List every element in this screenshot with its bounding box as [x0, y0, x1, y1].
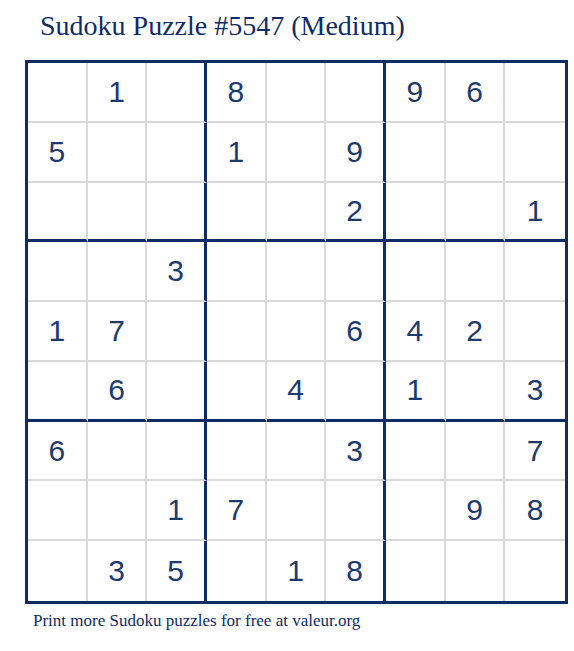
page-title: Sudoku Puzzle #5547 (Medium)	[40, 10, 405, 42]
cell-r6c9-given-digit: 3	[505, 362, 565, 422]
cell-r9c6-given-digit: 8	[326, 541, 386, 601]
cell-r7c2[interactable]	[88, 422, 148, 482]
cell-r5c5[interactable]	[267, 302, 327, 362]
cell-r4c1[interactable]	[28, 242, 88, 302]
cell-r3c5[interactable]	[267, 183, 327, 243]
cell-r9c5-given-digit: 1	[267, 541, 327, 601]
cell-r5c3[interactable]	[147, 302, 207, 362]
cell-r1c8-given-digit: 6	[446, 63, 506, 123]
cell-r2c2[interactable]	[88, 123, 148, 183]
cell-r5c8-given-digit: 2	[446, 302, 506, 362]
cell-r4c4[interactable]	[207, 242, 267, 302]
cell-r2c8[interactable]	[446, 123, 506, 183]
cell-r3c9-given-digit: 1	[505, 183, 565, 243]
cell-r6c4[interactable]	[207, 362, 267, 422]
cell-r3c8[interactable]	[446, 183, 506, 243]
cell-r9c2-given-digit: 3	[88, 541, 148, 601]
cell-r3c7[interactable]	[386, 183, 446, 243]
cell-r2c1-given-digit: 5	[28, 123, 88, 183]
cell-r3c2[interactable]	[88, 183, 148, 243]
cell-r6c2-given-digit: 6	[88, 362, 148, 422]
cell-r9c1[interactable]	[28, 541, 88, 601]
cell-r8c9-given-digit: 8	[505, 481, 565, 541]
cell-r8c7[interactable]	[386, 481, 446, 541]
cell-r8c5[interactable]	[267, 481, 327, 541]
cell-r1c9[interactable]	[505, 63, 565, 123]
cell-r8c2[interactable]	[88, 481, 148, 541]
cell-r7c9-given-digit: 7	[505, 422, 565, 482]
cell-r8c4-given-digit: 7	[207, 481, 267, 541]
cell-r8c3-given-digit: 1	[147, 481, 207, 541]
footer-text: Print more Sudoku puzzles for free at va…	[33, 611, 360, 631]
cell-r2c7[interactable]	[386, 123, 446, 183]
cell-r6c1[interactable]	[28, 362, 88, 422]
cell-r4c2[interactable]	[88, 242, 148, 302]
cell-r5c9[interactable]	[505, 302, 565, 362]
cell-r1c7-given-digit: 9	[386, 63, 446, 123]
cell-r3c4[interactable]	[207, 183, 267, 243]
cell-r2c5[interactable]	[267, 123, 327, 183]
cell-r8c1[interactable]	[28, 481, 88, 541]
cell-r8c6[interactable]	[326, 481, 386, 541]
cell-r6c7-given-digit: 1	[386, 362, 446, 422]
cell-r1c1[interactable]	[28, 63, 88, 123]
cell-r7c7[interactable]	[386, 422, 446, 482]
cell-r3c3[interactable]	[147, 183, 207, 243]
cell-r6c3[interactable]	[147, 362, 207, 422]
cell-r5c7-given-digit: 4	[386, 302, 446, 362]
cell-r9c3-given-digit: 5	[147, 541, 207, 601]
cell-r1c5[interactable]	[267, 63, 327, 123]
cell-r6c8[interactable]	[446, 362, 506, 422]
cell-r2c4-given-digit: 1	[207, 123, 267, 183]
cell-r3c1[interactable]	[28, 183, 88, 243]
cell-r1c3[interactable]	[147, 63, 207, 123]
cell-r7c4[interactable]	[207, 422, 267, 482]
cell-r4c7[interactable]	[386, 242, 446, 302]
cell-r1c4-given-digit: 8	[207, 63, 267, 123]
cell-r8c8-given-digit: 9	[446, 481, 506, 541]
sudoku-board: 189651921317642641363717983518	[25, 60, 568, 604]
cell-r9c4[interactable]	[207, 541, 267, 601]
cell-r2c9[interactable]	[505, 123, 565, 183]
cell-r4c9[interactable]	[505, 242, 565, 302]
cell-r4c8[interactable]	[446, 242, 506, 302]
cell-r1c6[interactable]	[326, 63, 386, 123]
cell-r7c1-given-digit: 6	[28, 422, 88, 482]
cell-r4c5[interactable]	[267, 242, 327, 302]
cell-r5c4[interactable]	[207, 302, 267, 362]
cell-r9c8[interactable]	[446, 541, 506, 601]
cell-r3c6-given-digit: 2	[326, 183, 386, 243]
cell-r7c8[interactable]	[446, 422, 506, 482]
sudoku-page: Sudoku Puzzle #5547 (Medium) 18965192131…	[0, 0, 574, 651]
cell-r6c5-given-digit: 4	[267, 362, 327, 422]
cell-r5c1-given-digit: 1	[28, 302, 88, 362]
cell-r4c3-given-digit: 3	[147, 242, 207, 302]
cell-r2c6-given-digit: 9	[326, 123, 386, 183]
cell-r9c9[interactable]	[505, 541, 565, 601]
cell-r4c6[interactable]	[326, 242, 386, 302]
cell-r1c2-given-digit: 1	[88, 63, 148, 123]
cell-r9c7[interactable]	[386, 541, 446, 601]
cell-r2c3[interactable]	[147, 123, 207, 183]
cell-r5c6-given-digit: 6	[326, 302, 386, 362]
cell-r6c6[interactable]	[326, 362, 386, 422]
cell-r7c3[interactable]	[147, 422, 207, 482]
cell-r7c6-given-digit: 3	[326, 422, 386, 482]
cell-r5c2-given-digit: 7	[88, 302, 148, 362]
cell-r7c5[interactable]	[267, 422, 327, 482]
